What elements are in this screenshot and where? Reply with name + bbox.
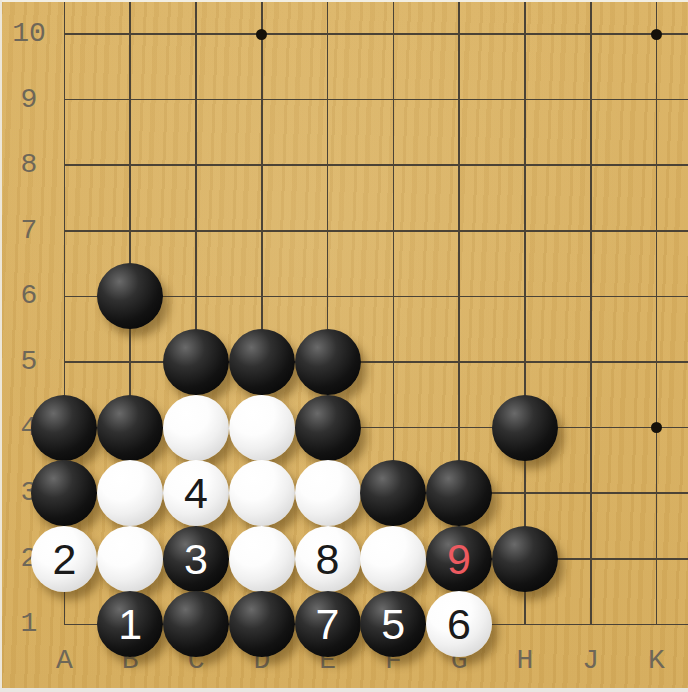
stone-black-B6[interactable]	[97, 263, 163, 329]
stone-black-H4[interactable]	[492, 395, 558, 461]
board-bottom-edge	[0, 688, 688, 692]
stone-white-F2[interactable]	[360, 526, 426, 592]
stone-black-E5[interactable]	[295, 329, 361, 395]
stone-white-E3[interactable]	[295, 460, 361, 526]
stone-black-F1[interactable]: 5	[360, 591, 426, 657]
board-top-edge	[0, 0, 688, 2]
stone-white-G1[interactable]: 6	[426, 591, 492, 657]
stone-white-A2[interactable]: 2	[31, 526, 97, 592]
stone-white-E2[interactable]: 8	[295, 526, 361, 592]
stone-black-C2[interactable]: 3	[163, 526, 229, 592]
stone-black-G3[interactable]	[426, 460, 492, 526]
move-number-2: 2	[53, 526, 77, 592]
move-number-5: 5	[381, 591, 405, 657]
stone-white-C3[interactable]: 4	[163, 460, 229, 526]
board-left-edge	[0, 0, 2, 692]
stone-black-E1[interactable]: 7	[295, 591, 361, 657]
stone-black-B1[interactable]: 1	[97, 591, 163, 657]
stone-white-D3[interactable]	[229, 460, 295, 526]
stone-black-C1[interactable]	[163, 591, 229, 657]
stone-black-G2[interactable]: 9	[426, 526, 492, 592]
move-number-8: 8	[316, 526, 340, 592]
stone-black-B4[interactable]	[97, 395, 163, 461]
move-number-7: 7	[316, 591, 340, 657]
move-number-6: 6	[447, 591, 471, 657]
stone-white-B2[interactable]	[97, 526, 163, 592]
move-number-9: 9	[447, 526, 471, 592]
stone-white-D2[interactable]	[229, 526, 295, 592]
stone-white-B3[interactable]	[97, 460, 163, 526]
stone-black-E4[interactable]	[295, 395, 361, 461]
move-number-1: 1	[118, 591, 142, 657]
go-board[interactable]: 10987654321 ABCDEFGHJK 423891756	[0, 0, 688, 692]
stone-black-A4[interactable]	[31, 395, 97, 461]
stone-black-C5[interactable]	[163, 329, 229, 395]
stone-layer: 423891756	[32, 1, 688, 657]
move-number-4: 4	[184, 460, 208, 526]
move-number-3: 3	[184, 526, 208, 592]
stone-black-H2[interactable]	[492, 526, 558, 592]
stone-black-A3[interactable]	[31, 460, 97, 526]
stone-black-D1[interactable]	[229, 591, 295, 657]
stone-black-F3[interactable]	[360, 460, 426, 526]
stone-white-D4[interactable]	[229, 395, 295, 461]
stone-black-D5[interactable]	[229, 329, 295, 395]
stone-white-C4[interactable]	[163, 395, 229, 461]
